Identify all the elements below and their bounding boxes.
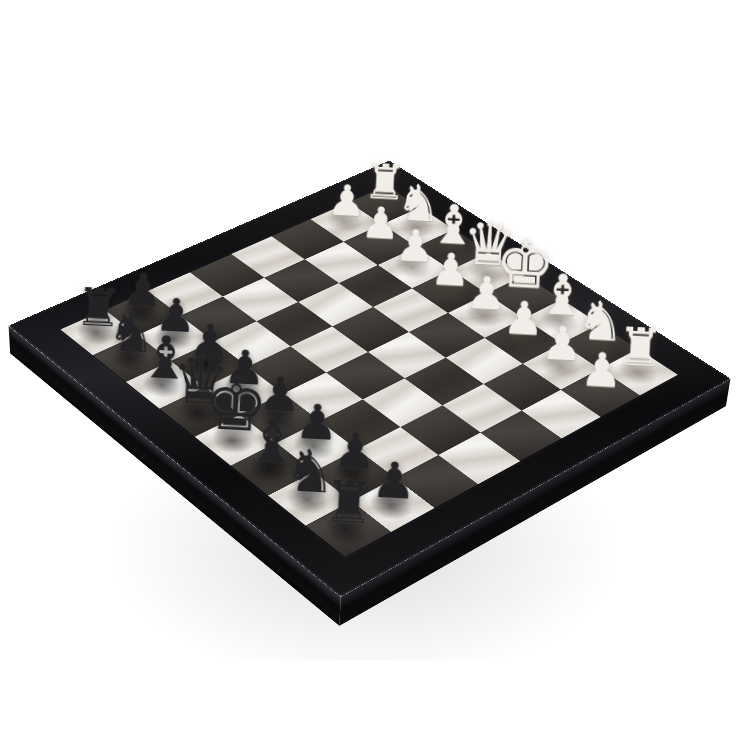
piece-contact-shadow <box>167 394 228 432</box>
product-photo-page: { "game": "chess", "scene": { "type": "p… <box>0 0 755 755</box>
piece-contact-shadow <box>419 275 476 308</box>
piece-contact-shadow <box>568 329 627 364</box>
board-grid: ♜♞♝♛♚♝♞♜♟♟♟♟♟♟♟♟♟♟♟♟♟♟♟♟♜♞♝♛♚♝♞♜ <box>60 186 678 558</box>
piece-contact-shadow <box>384 252 440 284</box>
piece-contact-shadow <box>275 479 339 521</box>
piece-contact-shadow <box>111 296 168 330</box>
square-e5 <box>326 352 404 399</box>
chess-set-scene: ♜♞♝♛♚♝♞♜♟♟♟♟♟♟♟♟♟♟♟♟♟♟♟♟♜♞♝♛♚♝♞♜ <box>99 83 637 621</box>
square-d5 <box>291 327 368 373</box>
piece-contact-shadow <box>530 305 588 339</box>
